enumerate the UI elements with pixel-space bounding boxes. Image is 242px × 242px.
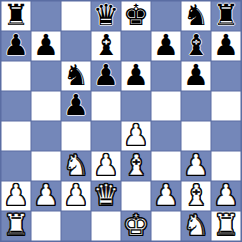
square-h2[interactable]: ♟ <box>211 181 241 211</box>
square-c1[interactable] <box>61 211 91 241</box>
white-pawn-piece[interactable]: ♟ <box>93 151 119 180</box>
square-g1[interactable]: ♞ <box>181 211 211 241</box>
square-b1[interactable] <box>31 211 61 241</box>
square-d6[interactable]: ♟ <box>91 61 121 91</box>
square-d3[interactable]: ♟ <box>91 151 121 181</box>
white-pawn-piece[interactable]: ♟ <box>153 181 179 210</box>
square-d1[interactable] <box>91 211 121 241</box>
square-c8[interactable] <box>61 1 91 31</box>
square-b4[interactable] <box>31 121 61 151</box>
square-e8[interactable]: ♚ <box>121 1 151 31</box>
square-g2[interactable]: ♝ <box>181 181 211 211</box>
square-a6[interactable] <box>1 61 31 91</box>
square-c6[interactable]: ♞ <box>61 61 91 91</box>
square-a8[interactable]: ♜ <box>1 1 31 31</box>
square-d7[interactable]: ♝ <box>91 31 121 61</box>
square-d5[interactable] <box>91 91 121 121</box>
square-e2[interactable] <box>121 181 151 211</box>
white-king-piece[interactable]: ♚ <box>123 211 149 240</box>
black-pawn-piece[interactable]: ♟ <box>93 61 119 90</box>
square-b2[interactable]: ♟ <box>31 181 61 211</box>
square-g6[interactable]: ♟ <box>181 61 211 91</box>
square-f1[interactable] <box>151 211 181 241</box>
square-e4[interactable]: ♟ <box>121 121 151 151</box>
square-b5[interactable] <box>31 91 61 121</box>
square-e5[interactable] <box>121 91 151 121</box>
white-knight-piece[interactable]: ♞ <box>63 151 89 180</box>
square-c2[interactable]: ♟ <box>61 181 91 211</box>
square-h5[interactable] <box>211 91 241 121</box>
square-h8[interactable]: ♜ <box>211 1 241 31</box>
square-b6[interactable] <box>31 61 61 91</box>
white-bishop-piece[interactable]: ♝ <box>123 151 149 180</box>
black-pawn-piece[interactable]: ♟ <box>33 31 59 60</box>
black-bishop-piece[interactable]: ♝ <box>183 31 209 60</box>
square-f3[interactable] <box>151 151 181 181</box>
white-pawn-piece[interactable]: ♟ <box>63 181 89 210</box>
white-pawn-piece[interactable]: ♟ <box>3 181 29 210</box>
square-f5[interactable] <box>151 91 181 121</box>
square-d8[interactable]: ♛ <box>91 1 121 31</box>
square-e3[interactable]: ♝ <box>121 151 151 181</box>
square-h3[interactable] <box>211 151 241 181</box>
white-pawn-piece[interactable]: ♟ <box>183 151 209 180</box>
square-g3[interactable]: ♟ <box>181 151 211 181</box>
black-pawn-piece[interactable]: ♟ <box>3 31 29 60</box>
square-c4[interactable] <box>61 121 91 151</box>
chess-board: ♜♛♚♞♜♟♟♝♟♝♟♞♟♟♟♟♟♞♟♝♟♟♟♟♛♟♝♟♜♚♞♜ <box>0 0 242 242</box>
black-bishop-piece[interactable]: ♝ <box>93 31 119 60</box>
black-pawn-piece[interactable]: ♟ <box>213 31 239 60</box>
white-pawn-piece[interactable]: ♟ <box>213 181 239 210</box>
square-e1[interactable]: ♚ <box>121 211 151 241</box>
square-h6[interactable] <box>211 61 241 91</box>
square-f7[interactable]: ♟ <box>151 31 181 61</box>
square-a1[interactable]: ♜ <box>1 211 31 241</box>
black-pawn-piece[interactable]: ♟ <box>123 61 149 90</box>
square-b8[interactable] <box>31 1 61 31</box>
square-c5[interactable]: ♟ <box>61 91 91 121</box>
square-h7[interactable]: ♟ <box>211 31 241 61</box>
square-a2[interactable]: ♟ <box>1 181 31 211</box>
square-g5[interactable] <box>181 91 211 121</box>
square-d4[interactable] <box>91 121 121 151</box>
square-g4[interactable] <box>181 121 211 151</box>
white-rook-piece[interactable]: ♜ <box>3 211 29 240</box>
square-f4[interactable] <box>151 121 181 151</box>
square-g8[interactable]: ♞ <box>181 1 211 31</box>
black-rook-piece[interactable]: ♜ <box>3 1 29 30</box>
black-queen-piece[interactable]: ♛ <box>93 1 119 30</box>
square-f8[interactable] <box>151 1 181 31</box>
black-pawn-piece[interactable]: ♟ <box>153 31 179 60</box>
square-c3[interactable]: ♞ <box>61 151 91 181</box>
black-pawn-piece[interactable]: ♟ <box>183 61 209 90</box>
square-f6[interactable] <box>151 61 181 91</box>
square-c7[interactable] <box>61 31 91 61</box>
square-a7[interactable]: ♟ <box>1 31 31 61</box>
square-a4[interactable] <box>1 121 31 151</box>
white-knight-piece[interactable]: ♞ <box>183 211 209 240</box>
white-pawn-piece[interactable]: ♟ <box>33 181 59 210</box>
square-h1[interactable]: ♜ <box>211 211 241 241</box>
white-queen-piece[interactable]: ♛ <box>93 181 119 210</box>
white-rook-piece[interactable]: ♜ <box>213 211 239 240</box>
black-knight-piece[interactable]: ♞ <box>183 1 209 30</box>
square-a3[interactable] <box>1 151 31 181</box>
square-a5[interactable] <box>1 91 31 121</box>
square-e6[interactable]: ♟ <box>121 61 151 91</box>
black-knight-piece[interactable]: ♞ <box>63 61 89 90</box>
square-b7[interactable]: ♟ <box>31 31 61 61</box>
black-rook-piece[interactable]: ♜ <box>213 1 239 30</box>
square-d2[interactable]: ♛ <box>91 181 121 211</box>
black-king-piece[interactable]: ♚ <box>123 1 149 30</box>
square-b3[interactable] <box>31 151 61 181</box>
square-f2[interactable]: ♟ <box>151 181 181 211</box>
black-pawn-piece[interactable]: ♟ <box>63 91 89 120</box>
square-g7[interactable]: ♝ <box>181 31 211 61</box>
white-bishop-piece[interactable]: ♝ <box>183 181 209 210</box>
white-pawn-piece[interactable]: ♟ <box>123 121 149 150</box>
square-h4[interactable] <box>211 121 241 151</box>
square-e7[interactable] <box>121 31 151 61</box>
